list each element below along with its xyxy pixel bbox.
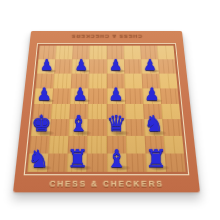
board-square-f2[interactable]: [125, 136, 145, 153]
product-photo-scene: CHESS & CHECKERS CHESS & CHECKERS ♟♟♟♟♟♟…: [0, 0, 220, 220]
board-square-d3[interactable]: [88, 119, 107, 136]
board-square-a4[interactable]: [32, 103, 52, 119]
board-square-b3[interactable]: [50, 119, 70, 136]
board-square-c4[interactable]: [69, 103, 88, 119]
board-square-a7[interactable]: [37, 59, 55, 73]
board-square-d7[interactable]: [89, 59, 106, 73]
board-square-e2[interactable]: [107, 136, 126, 153]
board-square-e7[interactable]: [107, 59, 124, 73]
board-square-f3[interactable]: [125, 119, 144, 136]
board-square-g4[interactable]: [143, 103, 162, 119]
board-square-b7[interactable]: [54, 59, 72, 73]
board-square-b1[interactable]: [47, 154, 68, 172]
chess-checkers-board: CHESS & CHECKERS CHESS & CHECKERS: [13, 31, 200, 192]
board-square-a6[interactable]: [35, 73, 54, 88]
board-square-e3[interactable]: [107, 119, 126, 136]
board-square-f5[interactable]: [124, 88, 143, 103]
board-grid: [27, 46, 185, 172]
board-square-h6[interactable]: [159, 73, 178, 88]
board-square-e6[interactable]: [107, 73, 125, 88]
board-square-a3[interactable]: [31, 119, 51, 136]
board-square-g3[interactable]: [144, 119, 164, 136]
board-square-f8[interactable]: [123, 46, 140, 60]
board-square-f6[interactable]: [124, 73, 142, 88]
board-square-h4[interactable]: [161, 103, 181, 119]
board-square-h1[interactable]: [165, 154, 186, 172]
board-square-c6[interactable]: [71, 73, 89, 88]
board-square-b4[interactable]: [51, 103, 70, 119]
board-square-c8[interactable]: [72, 46, 89, 60]
board-square-g8[interactable]: [140, 46, 158, 60]
board-square-a8[interactable]: [38, 46, 56, 60]
board-square-c7[interactable]: [72, 59, 90, 73]
board-square-h8[interactable]: [157, 46, 175, 60]
board-square-h2[interactable]: [163, 136, 184, 153]
board-square-g5[interactable]: [142, 88, 161, 103]
board-square-d8[interactable]: [89, 46, 106, 60]
board-square-h5[interactable]: [160, 88, 179, 103]
board-square-a5[interactable]: [34, 88, 53, 103]
board-square-e4[interactable]: [107, 103, 126, 119]
board-square-g7[interactable]: [141, 59, 159, 73]
board-square-f7[interactable]: [124, 59, 142, 73]
board-square-d5[interactable]: [88, 88, 106, 103]
board-square-d1[interactable]: [87, 154, 107, 172]
board-square-e8[interactable]: [107, 46, 124, 60]
board-square-g2[interactable]: [144, 136, 164, 153]
board-square-b8[interactable]: [55, 46, 73, 60]
board-title-top: CHESS & CHECKERS: [30, 34, 183, 39]
board-square-h7[interactable]: [158, 59, 176, 73]
board-square-a2[interactable]: [29, 136, 50, 153]
board-square-c1[interactable]: [67, 154, 87, 172]
board-square-b5[interactable]: [52, 88, 71, 103]
board-title-bottom: CHESS & CHECKERS: [13, 179, 199, 189]
board-square-b2[interactable]: [48, 136, 68, 153]
board-square-g1[interactable]: [145, 154, 166, 172]
board-square-d6[interactable]: [89, 73, 107, 88]
board-square-e1[interactable]: [107, 154, 127, 172]
board-square-b6[interactable]: [53, 73, 71, 88]
board-square-g6[interactable]: [141, 73, 159, 88]
board-square-f1[interactable]: [126, 154, 146, 172]
board-square-d4[interactable]: [88, 103, 107, 119]
board-square-e5[interactable]: [107, 88, 125, 103]
board-square-c5[interactable]: [70, 88, 89, 103]
board-square-c3[interactable]: [69, 119, 88, 136]
board-square-c2[interactable]: [68, 136, 88, 153]
board-square-a1[interactable]: [27, 154, 48, 172]
board-frame: CHESS & CHECKERS CHESS & CHECKERS: [13, 31, 200, 192]
board-square-f4[interactable]: [125, 103, 144, 119]
board-play-area: [24, 43, 190, 175]
board-square-d2[interactable]: [87, 136, 106, 153]
board-square-h3[interactable]: [162, 119, 182, 136]
